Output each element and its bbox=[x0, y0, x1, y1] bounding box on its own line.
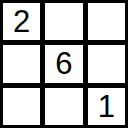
puzzle-grid: 2 6 1 bbox=[0, 0, 128, 128]
cell-r1c1[interactable]: 2 bbox=[3, 3, 40, 40]
cell-r2c3[interactable] bbox=[88, 45, 125, 82]
cell-r1c3[interactable] bbox=[88, 3, 125, 40]
cell-r3c3[interactable]: 1 bbox=[88, 88, 125, 125]
cell-r2c2[interactable]: 6 bbox=[45, 45, 82, 82]
cell-r1c2[interactable] bbox=[45, 3, 82, 40]
cell-r2c1[interactable] bbox=[3, 45, 40, 82]
cell-r3c2[interactable] bbox=[45, 88, 82, 125]
cell-r3c1[interactable] bbox=[3, 88, 40, 125]
